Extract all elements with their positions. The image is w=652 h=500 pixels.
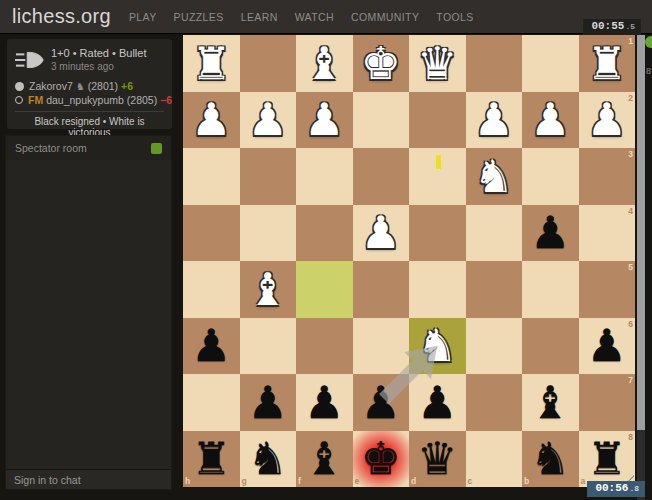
square-f5[interactable] <box>296 261 353 318</box>
info-divider <box>15 111 164 112</box>
game-age-label: 3 minutes ago <box>51 61 146 72</box>
piece-black-pawn-g7[interactable]: ♟ <box>240 374 297 431</box>
square-a4[interactable]: 4 <box>579 205 636 262</box>
square-b7[interactable]: ♝ <box>522 374 579 431</box>
chat-messages-area <box>6 160 171 469</box>
square-g2[interactable]: ♟ <box>240 92 297 149</box>
white-clock: 00:55.5 <box>583 19 641 35</box>
white-rating-delta: +6 <box>121 80 133 92</box>
sidebar: 1+0 • Rated • Bullet 3 minutes ago Zakor… <box>0 34 183 500</box>
square-d2[interactable] <box>409 92 466 149</box>
piece-black-pawn-f7[interactable]: ♟ <box>296 374 353 431</box>
chat-panel: Spectator room Sign in to chat <box>5 135 172 490</box>
square-h3[interactable] <box>183 148 240 205</box>
square-c8[interactable]: c <box>466 431 523 488</box>
piece-black-pawn-h6[interactable]: ♟ <box>183 318 240 375</box>
piece-white-pawn-h2[interactable]: ♟ <box>183 92 240 149</box>
square-h8[interactable]: ♜h <box>183 431 240 488</box>
square-a2[interactable]: ♟2 <box>579 92 636 149</box>
square-a7[interactable]: 7 <box>579 374 636 431</box>
square-b6[interactable] <box>522 318 579 375</box>
white-color-icon <box>15 82 24 91</box>
coord-rank-7: 7 <box>628 375 633 385</box>
black-player-name[interactable]: dau_npukypumb <box>46 94 124 106</box>
square-b3[interactable] <box>522 148 579 205</box>
coord-file-b: b <box>524 476 529 486</box>
black-color-icon <box>15 96 23 104</box>
square-a6[interactable]: ♟6 <box>579 318 636 375</box>
square-e8[interactable]: ♚e <box>353 431 410 488</box>
square-a8[interactable]: ♜a8 <box>579 431 636 488</box>
main-nav: PLAYPUZZLESLEARNWATCHCOMMUNITYTOOLS <box>129 11 491 23</box>
nav-item-play[interactable]: PLAY <box>129 11 157 23</box>
square-h2[interactable]: ♟ <box>183 92 240 149</box>
white-player-rating: (2801) <box>88 80 118 92</box>
square-g5[interactable]: ♝ <box>240 261 297 318</box>
white-player-name[interactable]: Zakorov7 <box>29 80 73 92</box>
chat-presence-indicator <box>151 143 162 154</box>
square-e7[interactable]: ♟ <box>353 374 410 431</box>
black-rating-delta: −6 <box>160 94 172 106</box>
square-f1[interactable]: ♝ <box>296 35 353 92</box>
patron-icon: ♞ <box>76 81 85 92</box>
square-d4[interactable] <box>409 205 466 262</box>
lichess-logo[interactable]: lichess.org <box>12 5 111 28</box>
square-e4[interactable]: ♟ <box>353 205 410 262</box>
piece-white-pawn-e4[interactable]: ♟ <box>353 205 410 262</box>
piece-black-queen-d8[interactable]: ♛ <box>409 431 466 488</box>
square-c7[interactable] <box>466 374 523 431</box>
square-e3[interactable] <box>353 148 410 205</box>
square-d8[interactable]: ♛d <box>409 431 466 488</box>
top-nav-bar: lichess.org PLAYPUZZLESLEARNWATCHCOMMUNI… <box>0 0 652 34</box>
piece-black-knight-g8[interactable]: ♞ <box>240 431 297 488</box>
square-e5[interactable] <box>353 261 410 318</box>
square-c5[interactable] <box>466 261 523 318</box>
piece-white-queen-d1[interactable]: ♛ <box>409 35 466 92</box>
square-h4[interactable] <box>183 205 240 262</box>
square-h5[interactable] <box>183 261 240 318</box>
square-h6[interactable]: ♟ <box>183 318 240 375</box>
game-info-box: 1+0 • Rated • Bullet 3 minutes ago Zakor… <box>7 39 172 129</box>
square-b1[interactable] <box>522 35 579 92</box>
nav-item-learn[interactable]: LEARN <box>241 11 278 23</box>
coord-file-d: d <box>411 476 416 486</box>
coord-rank-3: 3 <box>628 149 633 159</box>
square-f2[interactable]: ♟ <box>296 92 353 149</box>
piece-white-pawn-b2[interactable]: ♟ <box>522 92 579 149</box>
square-e6[interactable] <box>353 318 410 375</box>
piece-white-rook-h1[interactable]: ♜ <box>183 35 240 92</box>
piece-white-knight-c3[interactable]: ♞ <box>466 148 523 205</box>
square-a1[interactable]: ♜1 <box>579 35 636 92</box>
square-g3[interactable] <box>240 148 297 205</box>
piece-black-rook-a8[interactable]: ♜ <box>579 431 636 488</box>
coord-rank-8: 8 <box>628 432 633 442</box>
piece-white-knight-d6[interactable]: ♞ <box>409 318 466 375</box>
nav-item-community[interactable]: COMMUNITY <box>351 11 419 23</box>
square-c1[interactable] <box>466 35 523 92</box>
page-scrollbar[interactable] <box>637 35 645 500</box>
white-clock-time: 00:55 <box>591 20 624 32</box>
piece-black-bishop-f8[interactable]: ♝ <box>296 431 353 488</box>
nav-item-watch[interactable]: WATCH <box>295 11 334 23</box>
black-clock-tenths: .8 <box>629 484 639 493</box>
bullet-icon <box>15 47 45 73</box>
piece-white-bishop-g5[interactable]: ♝ <box>240 261 297 318</box>
board-grid: ♜♝♚♛♜1♟♟♟♟♟♟2♞3♟♟4♝5♟♞♟6♟♟♟♟♝7♜h♞g♝f♚e♛d… <box>183 35 635 487</box>
piece-white-king-e1[interactable]: ♚ <box>353 35 410 92</box>
piece-black-rook-h8[interactable]: ♜ <box>183 431 240 488</box>
coord-rank-2: 2 <box>628 93 633 103</box>
square-d6[interactable]: ♞ <box>409 318 466 375</box>
chat-room-label: Spectator room <box>15 142 87 154</box>
square-d1[interactable]: ♛ <box>409 35 466 92</box>
square-c3[interactable]: ♞ <box>466 148 523 205</box>
square-g8[interactable]: ♞g <box>240 431 297 488</box>
coord-file-c: c <box>468 476 473 486</box>
piece-black-king-e8[interactable]: ♚ <box>353 431 410 488</box>
square-d7[interactable]: ♟ <box>409 374 466 431</box>
coord-rank-6: 6 <box>628 319 633 329</box>
square-e2[interactable] <box>353 92 410 149</box>
square-g6[interactable] <box>240 318 297 375</box>
square-b5[interactable] <box>522 261 579 318</box>
square-c2[interactable]: ♟ <box>466 92 523 149</box>
square-b4[interactable]: ♟ <box>522 205 579 262</box>
piece-black-pawn-d7[interactable]: ♟ <box>409 374 466 431</box>
square-f4[interactable] <box>296 205 353 262</box>
nav-item-tools[interactable]: TOOLS <box>436 11 473 23</box>
coord-file-h: h <box>185 476 190 486</box>
black-player-title: FM <box>28 94 43 106</box>
piece-white-pawn-c2[interactable]: ♟ <box>466 92 523 149</box>
piece-white-pawn-f2[interactable]: ♟ <box>296 92 353 149</box>
square-f3[interactable] <box>296 148 353 205</box>
piece-white-bishop-f1[interactable]: ♝ <box>296 35 353 92</box>
square-g7[interactable]: ♟ <box>240 374 297 431</box>
square-e1[interactable]: ♚ <box>353 35 410 92</box>
time-control-label: 1+0 • Rated • Bullet <box>51 47 146 59</box>
piece-black-knight-b8[interactable]: ♞ <box>522 431 579 488</box>
black-clock: 00:56.8 <box>587 481 645 497</box>
live-indicator-dot <box>645 36 652 48</box>
square-g4[interactable] <box>240 205 297 262</box>
square-b2[interactable]: ♟ <box>522 92 579 149</box>
coord-file-a: a <box>581 476 586 486</box>
sign-in-to-chat-button[interactable]: Sign in to chat <box>6 469 171 489</box>
square-f7[interactable]: ♟ <box>296 374 353 431</box>
white-clock-tenths: .5 <box>625 22 635 31</box>
coord-rank-5: 5 <box>628 262 633 272</box>
square-c6[interactable] <box>466 318 523 375</box>
piece-black-pawn-e7[interactable]: ♟ <box>353 374 410 431</box>
square-b8[interactable]: ♞b <box>522 431 579 488</box>
black-player-rating: (2805) <box>127 94 157 106</box>
square-h7[interactable] <box>183 374 240 431</box>
square-c4[interactable] <box>466 205 523 262</box>
piece-black-pawn-b4[interactable]: ♟ <box>522 205 579 262</box>
coord-file-f: f <box>298 476 301 486</box>
piece-black-bishop-b7[interactable]: ♝ <box>522 374 579 431</box>
piece-white-rook-a1[interactable]: ♜ <box>579 35 636 92</box>
edge-move-number: 8 <box>646 66 651 76</box>
square-h1[interactable]: ♜ <box>183 35 240 92</box>
square-f8[interactable]: ♝f <box>296 431 353 488</box>
square-a5[interactable]: 5 <box>579 261 636 318</box>
nav-item-puzzles[interactable]: PUZZLES <box>174 11 224 23</box>
chat-header: Spectator room <box>6 136 171 160</box>
square-g1[interactable] <box>240 35 297 92</box>
square-f6[interactable] <box>296 318 353 375</box>
piece-white-pawn-g2[interactable]: ♟ <box>240 92 297 149</box>
black-player-row: FM dau_npukypumb (2805) −6 <box>13 94 166 106</box>
coord-file-g: g <box>242 476 247 486</box>
piece-white-pawn-a2[interactable]: ♟ <box>579 92 636 149</box>
square-d5[interactable] <box>409 261 466 318</box>
black-clock-time: 00:56 <box>595 482 628 494</box>
scrollbar-thumb[interactable] <box>637 35 645 430</box>
square-a3[interactable]: 3 <box>579 148 636 205</box>
white-player-row: Zakorov7 ♞ (2801) +6 <box>13 80 166 92</box>
coord-file-e: e <box>355 476 360 486</box>
coord-rank-1: 1 <box>628 36 633 46</box>
coord-rank-4: 4 <box>628 206 633 216</box>
chess-board: ♜♝♚♛♜1♟♟♟♟♟♟2♞3♟♟4♝5♟♞♟6♟♟♟♟♝7♜h♞g♝f♚e♛d… <box>183 35 635 487</box>
lightning-icon <box>436 155 441 169</box>
piece-black-pawn-a6[interactable]: ♟ <box>579 318 636 375</box>
